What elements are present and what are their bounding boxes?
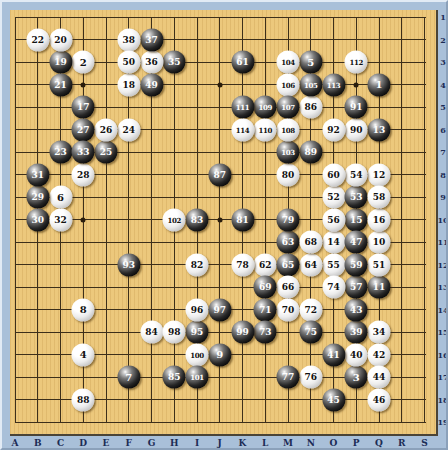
col-label-H: H bbox=[170, 438, 179, 448]
stone-white-22[interactable]: 22 bbox=[26, 28, 49, 51]
row-label-12: 12 bbox=[437, 260, 448, 270]
stone-white-84[interactable]: 84 bbox=[140, 321, 163, 344]
stone-black-47[interactable]: 47 bbox=[345, 231, 368, 254]
col-label-O: O bbox=[330, 438, 338, 448]
stone-white-92[interactable]: 92 bbox=[322, 118, 345, 141]
grid-line-vertical bbox=[265, 17, 266, 423]
grid-line-vertical bbox=[424, 17, 425, 423]
stone-white-68[interactable]: 68 bbox=[299, 231, 322, 254]
stone-black-113[interactable]: 113 bbox=[322, 73, 345, 96]
grid-line-vertical bbox=[15, 17, 16, 423]
stone-white-18[interactable]: 18 bbox=[117, 73, 140, 96]
stone-black-81[interactable]: 81 bbox=[231, 208, 254, 231]
col-label-A: A bbox=[12, 438, 19, 448]
stone-black-31[interactable]: 31 bbox=[26, 163, 49, 186]
row-label-13: 13 bbox=[437, 282, 448, 292]
go-diagram-window: ABCDEFGHIJKLMNOPQRS123456789101112131415… bbox=[0, 0, 448, 450]
stone-white-60[interactable]: 60 bbox=[322, 163, 345, 186]
stone-black-61[interactable]: 61 bbox=[231, 51, 254, 74]
row-label-15: 15 bbox=[437, 327, 448, 337]
row-label-6: 6 bbox=[440, 125, 446, 135]
stone-black-107[interactable]: 107 bbox=[277, 96, 300, 119]
stone-black-15[interactable]: 15 bbox=[345, 208, 368, 231]
row-label-7: 7 bbox=[440, 147, 446, 157]
stone-white-28[interactable]: 28 bbox=[72, 163, 95, 186]
col-label-F: F bbox=[126, 438, 132, 448]
stone-white-102[interactable]: 102 bbox=[163, 208, 186, 231]
col-label-B: B bbox=[34, 438, 42, 448]
stone-white-64[interactable]: 64 bbox=[299, 253, 322, 276]
stone-white-12[interactable]: 12 bbox=[368, 163, 391, 186]
stone-black-17[interactable]: 17 bbox=[72, 96, 95, 119]
stone-black-63[interactable]: 63 bbox=[277, 231, 300, 254]
col-label-I: I bbox=[195, 438, 199, 448]
stone-black-71[interactable]: 71 bbox=[254, 298, 277, 321]
stone-black-99[interactable]: 99 bbox=[231, 321, 254, 344]
stone-white-86[interactable]: 86 bbox=[299, 96, 322, 119]
stone-white-74[interactable]: 74 bbox=[322, 276, 345, 299]
stone-white-50[interactable]: 50 bbox=[117, 51, 140, 74]
stone-white-44[interactable]: 44 bbox=[368, 366, 391, 389]
stone-white-55[interactable]: 55 bbox=[322, 253, 345, 276]
stone-white-42[interactable]: 42 bbox=[368, 343, 391, 366]
stone-white-32[interactable]: 32 bbox=[49, 208, 72, 231]
stone-white-34[interactable]: 34 bbox=[368, 321, 391, 344]
stone-white-36[interactable]: 36 bbox=[140, 51, 163, 74]
stone-white-98[interactable]: 98 bbox=[163, 321, 186, 344]
col-label-P: P bbox=[353, 438, 360, 448]
stone-white-2[interactable]: 2 bbox=[72, 51, 95, 74]
star-point bbox=[81, 82, 86, 87]
stone-black-111[interactable]: 111 bbox=[231, 96, 254, 119]
col-label-M: M bbox=[283, 438, 293, 448]
row-label-14: 14 bbox=[437, 305, 448, 315]
grid-line-horizontal bbox=[15, 422, 426, 423]
stone-black-37[interactable]: 37 bbox=[140, 28, 163, 51]
stone-white-82[interactable]: 82 bbox=[186, 253, 209, 276]
stone-white-14[interactable]: 14 bbox=[322, 231, 345, 254]
stone-white-106[interactable]: 106 bbox=[277, 73, 300, 96]
star-point bbox=[81, 217, 86, 222]
stone-white-26[interactable]: 26 bbox=[95, 118, 118, 141]
stone-black-109[interactable]: 109 bbox=[254, 96, 277, 119]
stone-black-85[interactable]: 85 bbox=[163, 366, 186, 389]
stone-black-1[interactable]: 1 bbox=[368, 73, 391, 96]
stone-white-66[interactable]: 66 bbox=[277, 276, 300, 299]
row-label-3: 3 bbox=[440, 57, 446, 67]
stone-black-77[interactable]: 77 bbox=[277, 366, 300, 389]
stone-white-70[interactable]: 70 bbox=[277, 298, 300, 321]
col-label-G: G bbox=[148, 438, 156, 448]
stone-black-65[interactable]: 65 bbox=[277, 253, 300, 276]
row-label-16: 16 bbox=[437, 350, 448, 360]
stone-white-20[interactable]: 20 bbox=[49, 28, 72, 51]
col-label-R: R bbox=[398, 438, 405, 448]
stone-white-56[interactable]: 56 bbox=[322, 208, 345, 231]
stone-black-75[interactable]: 75 bbox=[299, 321, 322, 344]
row-label-1: 1 bbox=[440, 12, 446, 22]
row-label-9: 9 bbox=[440, 192, 446, 202]
stone-white-90[interactable]: 90 bbox=[345, 118, 368, 141]
stone-black-33[interactable]: 33 bbox=[72, 141, 95, 164]
col-label-S: S bbox=[421, 438, 428, 448]
col-label-E: E bbox=[103, 438, 110, 448]
stone-black-27[interactable]: 27 bbox=[72, 118, 95, 141]
stone-black-11[interactable]: 11 bbox=[368, 276, 391, 299]
stone-black-35[interactable]: 35 bbox=[163, 51, 186, 74]
row-label-4: 4 bbox=[440, 80, 446, 90]
star-point bbox=[217, 217, 222, 222]
stone-black-91[interactable]: 91 bbox=[345, 96, 368, 119]
stone-black-19[interactable]: 19 bbox=[49, 51, 72, 74]
stone-white-51[interactable]: 51 bbox=[368, 253, 391, 276]
stone-white-96[interactable]: 96 bbox=[186, 298, 209, 321]
stone-black-97[interactable]: 97 bbox=[208, 298, 231, 321]
grid-line-horizontal bbox=[15, 17, 426, 18]
star-point bbox=[354, 82, 359, 87]
stone-black-39[interactable]: 39 bbox=[345, 321, 368, 344]
stone-black-87[interactable]: 87 bbox=[208, 163, 231, 186]
stone-black-53[interactable]: 53 bbox=[345, 186, 368, 209]
stone-black-79[interactable]: 79 bbox=[277, 208, 300, 231]
stone-white-58[interactable]: 58 bbox=[368, 186, 391, 209]
grid-line-vertical bbox=[401, 17, 402, 423]
stone-black-25[interactable]: 25 bbox=[95, 141, 118, 164]
stone-white-76[interactable]: 76 bbox=[299, 366, 322, 389]
stone-white-78[interactable]: 78 bbox=[231, 253, 254, 276]
stone-white-110[interactable]: 110 bbox=[254, 118, 277, 141]
stone-black-105[interactable]: 105 bbox=[299, 73, 322, 96]
stone-white-112[interactable]: 112 bbox=[345, 51, 368, 74]
stone-white-108[interactable]: 108 bbox=[277, 118, 300, 141]
stone-white-72[interactable]: 72 bbox=[299, 298, 322, 321]
stone-black-21[interactable]: 21 bbox=[49, 73, 72, 96]
stone-black-57[interactable]: 57 bbox=[345, 276, 368, 299]
stone-black-95[interactable]: 95 bbox=[186, 321, 209, 344]
stone-black-41[interactable]: 41 bbox=[322, 343, 345, 366]
row-label-2: 2 bbox=[440, 35, 446, 45]
stone-white-38[interactable]: 38 bbox=[117, 28, 140, 51]
stone-black-5[interactable]: 5 bbox=[299, 51, 322, 74]
stone-black-103[interactable]: 103 bbox=[277, 141, 300, 164]
stone-white-114[interactable]: 114 bbox=[231, 118, 254, 141]
stone-black-13[interactable]: 13 bbox=[368, 118, 391, 141]
stone-white-80[interactable]: 80 bbox=[277, 163, 300, 186]
stone-white-16[interactable]: 16 bbox=[368, 208, 391, 231]
stone-white-100[interactable]: 100 bbox=[186, 343, 209, 366]
stone-white-104[interactable]: 104 bbox=[277, 51, 300, 74]
col-label-L: L bbox=[262, 438, 268, 448]
stone-white-8[interactable]: 8 bbox=[72, 298, 95, 321]
star-point bbox=[217, 82, 222, 87]
row-label-10: 10 bbox=[437, 215, 448, 225]
stone-black-69[interactable]: 69 bbox=[254, 276, 277, 299]
stone-black-59[interactable]: 59 bbox=[345, 253, 368, 276]
stone-black-73[interactable]: 73 bbox=[254, 321, 277, 344]
stone-black-30[interactable]: 30 bbox=[26, 208, 49, 231]
row-label-17: 17 bbox=[437, 372, 448, 382]
col-label-Q: Q bbox=[375, 438, 383, 448]
col-label-K: K bbox=[239, 438, 247, 448]
stone-black-49[interactable]: 49 bbox=[140, 73, 163, 96]
stone-black-83[interactable]: 83 bbox=[186, 208, 209, 231]
stone-white-54[interactable]: 54 bbox=[345, 163, 368, 186]
stone-black-3[interactable]: 3 bbox=[345, 366, 368, 389]
row-label-11: 11 bbox=[437, 237, 448, 247]
grid-line-vertical bbox=[106, 17, 107, 423]
stone-black-9[interactable]: 9 bbox=[208, 343, 231, 366]
stone-black-89[interactable]: 89 bbox=[299, 141, 322, 164]
grid-line-horizontal bbox=[15, 39, 426, 40]
stone-white-40[interactable]: 40 bbox=[345, 343, 368, 366]
stone-black-7[interactable]: 7 bbox=[117, 366, 140, 389]
col-label-D: D bbox=[79, 438, 87, 448]
stone-black-43[interactable]: 43 bbox=[345, 298, 368, 321]
row-label-18: 18 bbox=[437, 395, 448, 405]
col-label-N: N bbox=[307, 438, 315, 448]
row-label-19: 19 bbox=[437, 417, 448, 427]
stone-black-101[interactable]: 101 bbox=[186, 366, 209, 389]
stone-white-62[interactable]: 62 bbox=[254, 253, 277, 276]
stone-white-88[interactable]: 88 bbox=[72, 388, 95, 411]
stone-black-29[interactable]: 29 bbox=[26, 186, 49, 209]
stone-white-46[interactable]: 46 bbox=[368, 388, 391, 411]
stone-black-93[interactable]: 93 bbox=[117, 253, 140, 276]
col-label-J: J bbox=[218, 438, 222, 448]
stone-black-45[interactable]: 45 bbox=[322, 388, 345, 411]
stone-black-23[interactable]: 23 bbox=[49, 141, 72, 164]
col-label-C: C bbox=[57, 438, 64, 448]
row-label-8: 8 bbox=[440, 170, 446, 180]
stone-white-4[interactable]: 4 bbox=[72, 343, 95, 366]
row-label-5: 5 bbox=[440, 102, 446, 112]
stone-white-24[interactable]: 24 bbox=[117, 118, 140, 141]
stone-white-10[interactable]: 10 bbox=[368, 231, 391, 254]
stone-white-6[interactable]: 6 bbox=[49, 186, 72, 209]
stone-white-52[interactable]: 52 bbox=[322, 186, 345, 209]
